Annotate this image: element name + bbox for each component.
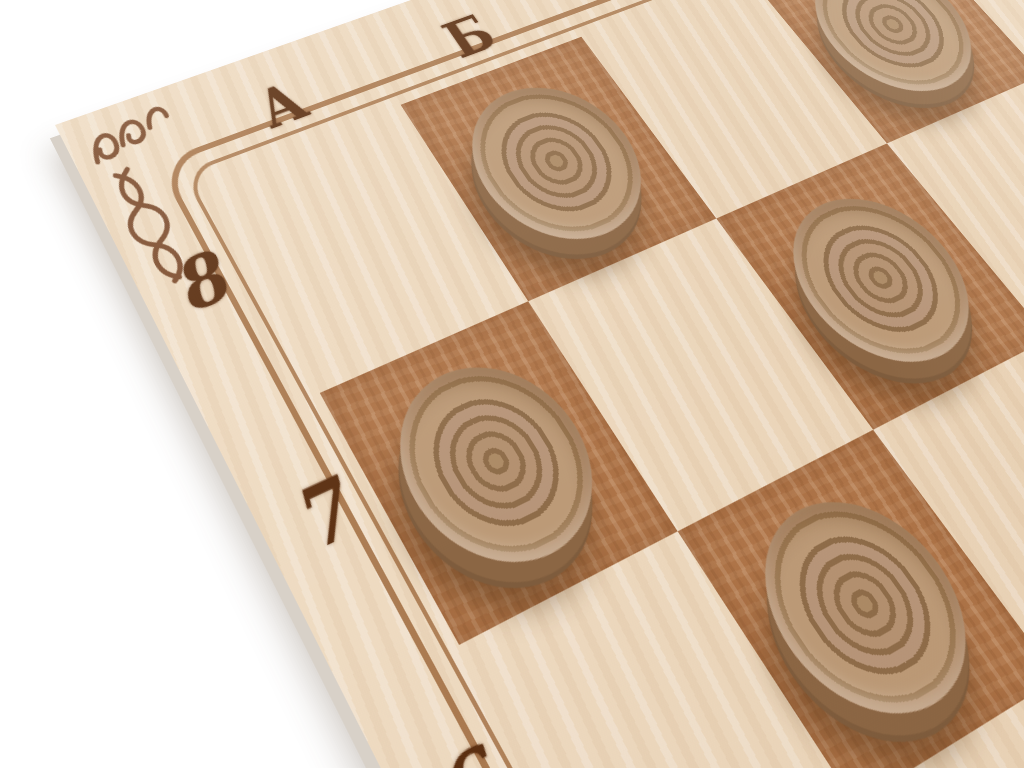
photo-scene: АБВГДЕЖЗ87654321: [0, 0, 1024, 768]
checkers-board: АБВГДЕЖЗ87654321: [55, 0, 1024, 768]
